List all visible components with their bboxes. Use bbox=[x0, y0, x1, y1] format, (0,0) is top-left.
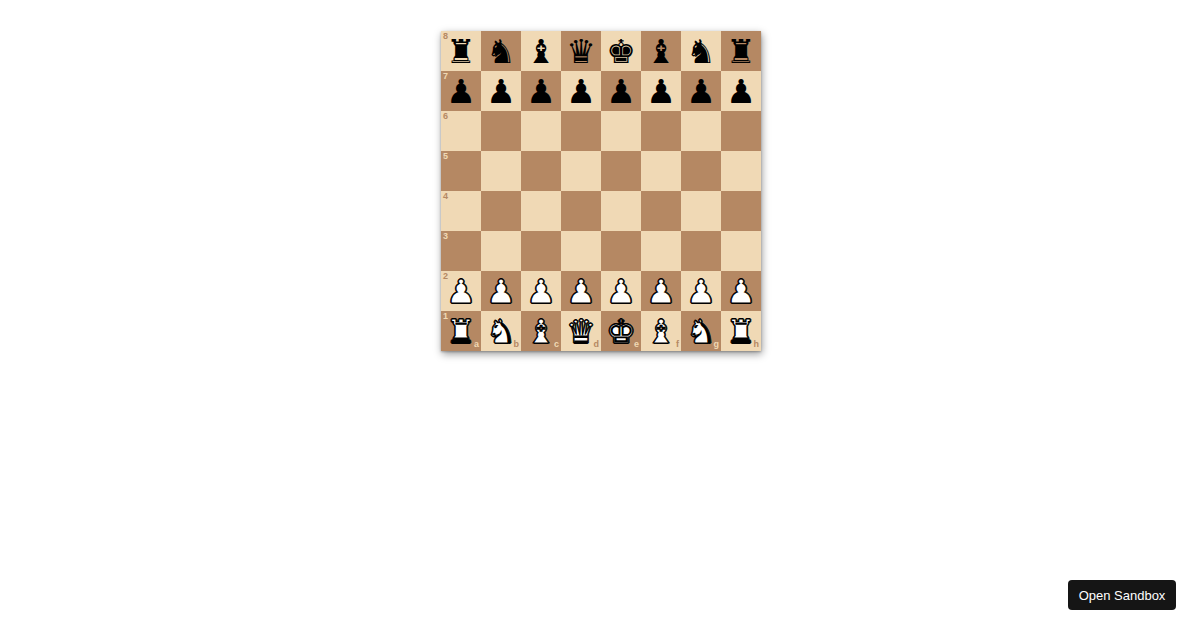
piece-white-rook[interactable]: ♜ bbox=[441, 311, 481, 351]
square-g2[interactable]: ♟ bbox=[681, 271, 721, 311]
square-d5[interactable] bbox=[561, 151, 601, 191]
square-f5[interactable] bbox=[641, 151, 681, 191]
square-b8[interactable]: ♞ bbox=[481, 31, 521, 71]
square-e6[interactable] bbox=[601, 111, 641, 151]
square-g7[interactable]: ♟ bbox=[681, 71, 721, 111]
square-d3[interactable] bbox=[561, 231, 601, 271]
piece-white-pawn[interactable]: ♟ bbox=[521, 271, 561, 311]
square-h6[interactable] bbox=[721, 111, 761, 151]
piece-white-knight[interactable]: ♞ bbox=[681, 311, 721, 351]
square-a3[interactable]: 3 bbox=[441, 231, 481, 271]
piece-black-bishop[interactable]: ♝ bbox=[641, 31, 681, 71]
square-b2[interactable]: ♟ bbox=[481, 271, 521, 311]
piece-black-pawn[interactable]: ♟ bbox=[561, 71, 601, 111]
piece-black-pawn[interactable]: ♟ bbox=[601, 71, 641, 111]
piece-black-king[interactable]: ♚ bbox=[601, 31, 641, 71]
square-e7[interactable]: ♟ bbox=[601, 71, 641, 111]
square-f2[interactable]: ♟ bbox=[641, 271, 681, 311]
square-e2[interactable]: ♟ bbox=[601, 271, 641, 311]
square-c6[interactable] bbox=[521, 111, 561, 151]
square-d1[interactable]: d♛ bbox=[561, 311, 601, 351]
square-d6[interactable] bbox=[561, 111, 601, 151]
square-h3[interactable] bbox=[721, 231, 761, 271]
piece-white-pawn[interactable]: ♟ bbox=[481, 271, 521, 311]
square-g1[interactable]: g♞ bbox=[681, 311, 721, 351]
square-b7[interactable]: ♟ bbox=[481, 71, 521, 111]
square-h5[interactable] bbox=[721, 151, 761, 191]
square-h7[interactable]: ♟ bbox=[721, 71, 761, 111]
piece-white-pawn[interactable]: ♟ bbox=[641, 271, 681, 311]
square-c7[interactable]: ♟ bbox=[521, 71, 561, 111]
rank-label-3: 3 bbox=[443, 232, 448, 241]
rank-label-6: 6 bbox=[443, 112, 448, 121]
piece-white-pawn[interactable]: ♟ bbox=[561, 271, 601, 311]
square-f6[interactable] bbox=[641, 111, 681, 151]
piece-white-pawn[interactable]: ♟ bbox=[681, 271, 721, 311]
piece-white-bishop[interactable]: ♝ bbox=[641, 311, 681, 351]
rank-label-4: 4 bbox=[443, 192, 448, 201]
square-d4[interactable] bbox=[561, 191, 601, 231]
piece-black-rook[interactable]: ♜ bbox=[721, 31, 761, 71]
square-a5[interactable]: 5 bbox=[441, 151, 481, 191]
square-g6[interactable] bbox=[681, 111, 721, 151]
piece-black-knight[interactable]: ♞ bbox=[681, 31, 721, 71]
square-c4[interactable] bbox=[521, 191, 561, 231]
square-c1[interactable]: c♝ bbox=[521, 311, 561, 351]
square-g4[interactable] bbox=[681, 191, 721, 231]
piece-white-bishop[interactable]: ♝ bbox=[521, 311, 561, 351]
square-f3[interactable] bbox=[641, 231, 681, 271]
square-c2[interactable]: ♟ bbox=[521, 271, 561, 311]
square-c5[interactable] bbox=[521, 151, 561, 191]
open-sandbox-button[interactable]: Open Sandbox bbox=[1068, 580, 1176, 610]
square-a1[interactable]: 1a♜ bbox=[441, 311, 481, 351]
square-f7[interactable]: ♟ bbox=[641, 71, 681, 111]
square-a8[interactable]: 8♜ bbox=[441, 31, 481, 71]
square-f4[interactable] bbox=[641, 191, 681, 231]
square-a2[interactable]: 2♟ bbox=[441, 271, 481, 311]
square-e1[interactable]: e♚ bbox=[601, 311, 641, 351]
piece-white-pawn[interactable]: ♟ bbox=[441, 271, 481, 311]
square-c8[interactable]: ♝ bbox=[521, 31, 561, 71]
square-g5[interactable] bbox=[681, 151, 721, 191]
square-f8[interactable]: ♝ bbox=[641, 31, 681, 71]
square-g3[interactable] bbox=[681, 231, 721, 271]
piece-white-queen[interactable]: ♛ bbox=[561, 311, 601, 351]
square-a4[interactable]: 4 bbox=[441, 191, 481, 231]
piece-black-pawn[interactable]: ♟ bbox=[721, 71, 761, 111]
square-b3[interactable] bbox=[481, 231, 521, 271]
piece-white-rook[interactable]: ♜ bbox=[721, 311, 761, 351]
square-e8[interactable]: ♚ bbox=[601, 31, 641, 71]
piece-black-pawn[interactable]: ♟ bbox=[521, 71, 561, 111]
piece-black-pawn[interactable]: ♟ bbox=[481, 71, 521, 111]
square-h1[interactable]: h♜ bbox=[721, 311, 761, 351]
square-a7[interactable]: 7♟ bbox=[441, 71, 481, 111]
square-e3[interactable] bbox=[601, 231, 641, 271]
rank-label-5: 5 bbox=[443, 152, 448, 161]
piece-black-rook[interactable]: ♜ bbox=[441, 31, 481, 71]
square-f1[interactable]: f♝ bbox=[641, 311, 681, 351]
piece-black-pawn[interactable]: ♟ bbox=[681, 71, 721, 111]
square-a6[interactable]: 6 bbox=[441, 111, 481, 151]
square-h4[interactable] bbox=[721, 191, 761, 231]
piece-black-pawn[interactable]: ♟ bbox=[641, 71, 681, 111]
square-b6[interactable] bbox=[481, 111, 521, 151]
square-d2[interactable]: ♟ bbox=[561, 271, 601, 311]
square-h8[interactable]: ♜ bbox=[721, 31, 761, 71]
square-c3[interactable] bbox=[521, 231, 561, 271]
chess-board: 8♜♞♝♛♚♝♞♜7♟♟♟♟♟♟♟♟65432♟♟♟♟♟♟♟♟1a♜b♞c♝d♛… bbox=[441, 31, 761, 351]
piece-white-king[interactable]: ♚ bbox=[601, 311, 641, 351]
square-d8[interactable]: ♛ bbox=[561, 31, 601, 71]
piece-black-knight[interactable]: ♞ bbox=[481, 31, 521, 71]
piece-white-pawn[interactable]: ♟ bbox=[721, 271, 761, 311]
square-h2[interactable]: ♟ bbox=[721, 271, 761, 311]
square-d7[interactable]: ♟ bbox=[561, 71, 601, 111]
square-e4[interactable] bbox=[601, 191, 641, 231]
piece-black-queen[interactable]: ♛ bbox=[561, 31, 601, 71]
square-g8[interactable]: ♞ bbox=[681, 31, 721, 71]
piece-black-bishop[interactable]: ♝ bbox=[521, 31, 561, 71]
square-b4[interactable] bbox=[481, 191, 521, 231]
square-b1[interactable]: b♞ bbox=[481, 311, 521, 351]
piece-black-pawn[interactable]: ♟ bbox=[441, 71, 481, 111]
square-b5[interactable] bbox=[481, 151, 521, 191]
square-e5[interactable] bbox=[601, 151, 641, 191]
piece-white-knight[interactable]: ♞ bbox=[481, 311, 521, 351]
piece-white-pawn[interactable]: ♟ bbox=[601, 271, 641, 311]
